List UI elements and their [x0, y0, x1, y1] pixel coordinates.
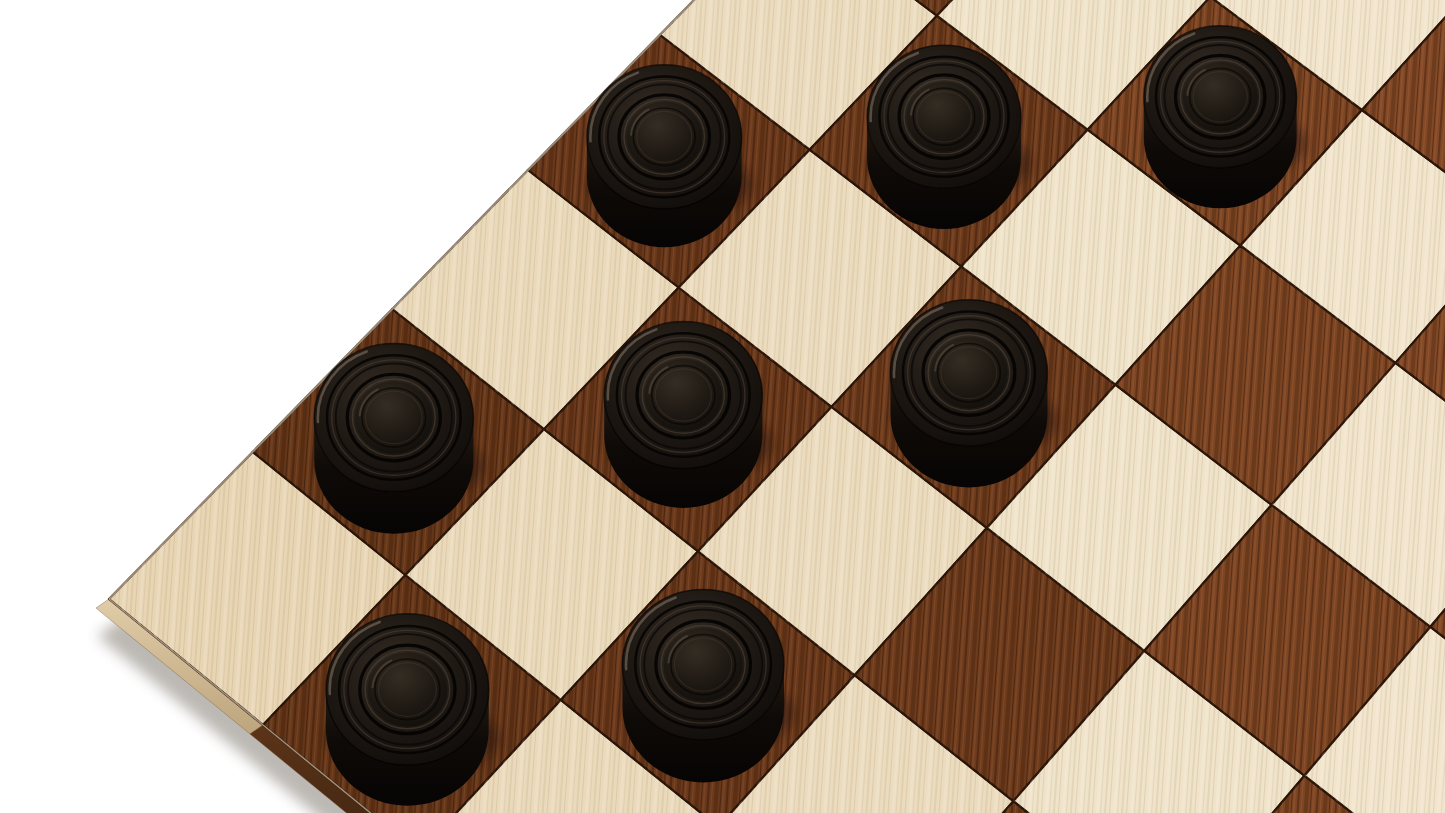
piece-inner-disc	[930, 337, 1007, 409]
piece-inner-disc	[664, 628, 743, 702]
piece-inner-disc	[906, 82, 981, 152]
board-photo-stage	[0, 0, 1445, 813]
piece-inner-disc	[645, 359, 722, 431]
piece-inner-disc	[355, 381, 433, 454]
piece-inner-disc	[1183, 62, 1258, 132]
checkers-board	[0, 0, 1445, 813]
piece-inner-disc	[626, 102, 702, 173]
piece-inner-disc	[368, 652, 448, 726]
